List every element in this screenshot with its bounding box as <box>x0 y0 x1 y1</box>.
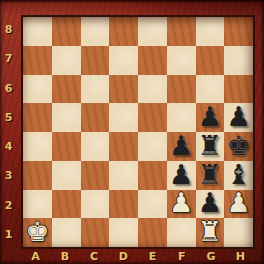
rank-label-6: 6 <box>0 74 21 103</box>
black-pawn-g2[interactable]: ♟ <box>196 189 225 218</box>
rank-label-2: 2 <box>0 191 21 220</box>
black-pawn-f3[interactable]: ♟ <box>167 160 196 189</box>
rank-labels: 87654321 <box>0 15 21 249</box>
file-label-b: B <box>50 249 79 264</box>
white-pawn-f2[interactable]: ♟ <box>167 189 196 218</box>
file-label-f: F <box>167 249 196 264</box>
black-bishop-h3[interactable]: ♝ <box>224 160 253 189</box>
rank-label-7: 7 <box>0 44 21 73</box>
black-pawn-h5[interactable]: ♟ <box>224 102 253 131</box>
black-king-h4[interactable]: ♚ <box>224 131 253 160</box>
file-label-d: D <box>109 249 138 264</box>
file-label-a: A <box>21 249 50 264</box>
white-king-a1[interactable]: ♚ <box>23 217 52 246</box>
rank-label-5: 5 <box>0 103 21 132</box>
black-pawn-f4[interactable]: ♟ <box>167 131 196 160</box>
black-rook-g4[interactable]: ♜ <box>196 131 225 160</box>
rank-label-8: 8 <box>0 15 21 44</box>
rank-label-3: 3 <box>0 161 21 190</box>
piece-layer: ♚♜♟♟♟♟♜♝♟♜♚♟♟ <box>23 17 253 247</box>
white-pawn-h2[interactable]: ♟ <box>224 189 253 218</box>
file-label-e: E <box>138 249 167 264</box>
black-rook-g3[interactable]: ♜ <box>196 160 225 189</box>
chess-board: ♚♜♟♟♟♟♜♝♟♜♚♟♟ <box>21 15 255 249</box>
chess-board-frame: 87654321 ABCDEFGH ♚♜♟♟♟♟♜♝♟♜♚♟♟ <box>0 0 264 264</box>
file-label-c: C <box>80 249 109 264</box>
white-rook-g1[interactable]: ♜ <box>196 217 225 246</box>
file-labels: ABCDEFGH <box>21 249 255 264</box>
rank-label-1: 1 <box>0 220 21 249</box>
file-label-h: H <box>226 249 255 264</box>
file-label-g: G <box>197 249 226 264</box>
rank-label-4: 4 <box>0 132 21 161</box>
black-pawn-g5[interactable]: ♟ <box>196 102 225 131</box>
